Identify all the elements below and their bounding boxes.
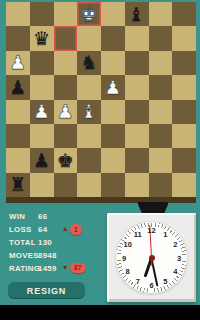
stat-value: 66 <box>38 212 63 221</box>
square-d2[interactable] <box>77 148 101 172</box>
square-d6[interactable]: ♞ <box>77 51 101 75</box>
clock-numeral-4: 4 <box>173 267 177 276</box>
square-h2[interactable] <box>172 148 196 172</box>
square-d1[interactable] <box>77 173 101 197</box>
square-b8[interactable] <box>30 2 54 26</box>
square-b3[interactable] <box>30 124 54 148</box>
square-f5[interactable] <box>125 75 149 99</box>
stat-row-moves: MOVES8948 <box>9 249 104 262</box>
square-h8[interactable] <box>172 2 196 26</box>
square-b6[interactable] <box>30 51 54 75</box>
square-a1[interactable]: ♜ <box>6 173 30 197</box>
square-c8[interactable] <box>54 2 78 26</box>
square-h4[interactable] <box>172 100 196 124</box>
square-a4[interactable] <box>6 100 30 124</box>
square-a6[interactable]: ♟ <box>6 51 30 75</box>
square-e4[interactable] <box>101 100 125 124</box>
square-h5[interactable] <box>172 75 196 99</box>
clock-numeral-6: 6 <box>149 281 153 290</box>
white-pawn-icon: ♟ <box>54 100 78 124</box>
square-e6[interactable] <box>101 51 125 75</box>
square-c7[interactable] <box>54 26 78 50</box>
stat-value: 1459 <box>38 264 63 273</box>
square-c3[interactable] <box>54 124 78 148</box>
square-g1[interactable] <box>149 173 173 197</box>
square-e3[interactable] <box>101 124 125 148</box>
square-g7[interactable] <box>149 26 173 50</box>
square-a7[interactable] <box>6 26 30 50</box>
bottom-bar <box>0 305 200 320</box>
stat-label: WIN <box>9 212 38 221</box>
square-e7[interactable] <box>101 26 125 50</box>
stat-label: RATING <box>9 264 38 273</box>
stat-row-loss: LOSS641 <box>9 223 104 236</box>
stat-value: 8948 <box>38 251 63 260</box>
arrow-down-icon <box>63 266 67 270</box>
square-e5[interactable]: ♟ <box>101 75 125 99</box>
square-c4[interactable]: ♟ <box>54 100 78 124</box>
chess-clock: 121234567891011 <box>107 213 196 302</box>
square-h1[interactable] <box>172 173 196 197</box>
white-king-icon: ♚ <box>77 2 101 26</box>
square-e2[interactable] <box>101 148 125 172</box>
square-d3[interactable] <box>77 124 101 148</box>
square-f3[interactable] <box>125 124 149 148</box>
clock-numeral-11: 11 <box>134 229 142 238</box>
black-rook-icon: ♜ <box>6 173 30 197</box>
square-b4[interactable]: ♟ <box>30 100 54 124</box>
change-badge: 87 <box>70 263 86 274</box>
stat-label: TOTAL <box>9 238 38 247</box>
square-f7[interactable] <box>125 26 149 50</box>
square-f2[interactable] <box>125 148 149 172</box>
resign-button[interactable]: RESIGN <box>8 282 85 299</box>
stats-panel: WIN66LOSS641TOTAL130MOVES8948RATING14598… <box>9 210 104 274</box>
arrow-up-icon <box>63 227 67 231</box>
clock-numeral-12: 12 <box>147 226 155 235</box>
square-a5[interactable]: ♟ <box>6 75 30 99</box>
square-f1[interactable] <box>125 173 149 197</box>
clock-numeral-10: 10 <box>124 239 132 248</box>
square-c2[interactable]: ♚ <box>54 148 78 172</box>
clock-numeral-7: 7 <box>136 277 140 286</box>
square-b5[interactable] <box>30 75 54 99</box>
white-pawn-icon: ♟ <box>101 75 125 99</box>
stat-row-rating: RATING145987 <box>9 262 104 275</box>
stat-value: 130 <box>38 238 63 247</box>
square-a2[interactable] <box>6 148 30 172</box>
clock-numeral-5: 5 <box>163 277 167 286</box>
chess-board[interactable]: ♚♝♛♟♞♟♟♟♟♝♟♚♜ <box>6 2 196 197</box>
square-h6[interactable] <box>172 51 196 75</box>
white-bishop-icon: ♝ <box>77 100 101 124</box>
black-king-icon: ♚ <box>54 148 78 172</box>
black-bishop-icon: ♝ <box>125 2 149 26</box>
square-c5[interactable] <box>54 75 78 99</box>
clock-center-dot <box>149 255 155 261</box>
square-d5[interactable] <box>77 75 101 99</box>
change-badge: 1 <box>70 224 82 235</box>
black-knight-icon: ♞ <box>77 51 101 75</box>
square-d4[interactable]: ♝ <box>77 100 101 124</box>
square-b7[interactable]: ♛ <box>30 26 54 50</box>
square-h3[interactable] <box>172 124 196 148</box>
square-h7[interactable] <box>172 26 196 50</box>
square-c1[interactable] <box>54 173 78 197</box>
square-g5[interactable] <box>149 75 173 99</box>
clock-numeral-9: 9 <box>122 253 126 262</box>
clock-numeral-8: 8 <box>126 267 130 276</box>
square-e1[interactable] <box>101 173 125 197</box>
square-d7[interactable] <box>77 26 101 50</box>
clock-numeral-3: 3 <box>177 253 181 262</box>
square-g8[interactable] <box>149 2 173 26</box>
square-b1[interactable] <box>30 173 54 197</box>
black-queen-icon: ♛ <box>30 26 54 50</box>
stat-row-win: WIN66 <box>9 210 104 223</box>
square-g2[interactable] <box>149 148 173 172</box>
square-g4[interactable] <box>149 100 173 124</box>
black-pawn-icon: ♟ <box>6 75 30 99</box>
clock-face: 121234567891011 <box>115 221 188 294</box>
stat-label: MOVES <box>9 251 38 260</box>
square-e8[interactable] <box>101 2 125 26</box>
stat-row-total: TOTAL130 <box>9 236 104 249</box>
black-pawn-icon: ♟ <box>30 148 54 172</box>
square-f6[interactable] <box>125 51 149 75</box>
square-g6[interactable] <box>149 51 173 75</box>
stat-value: 64 <box>38 225 63 234</box>
clock-numeral-1: 1 <box>163 229 167 238</box>
square-a8[interactable] <box>6 2 30 26</box>
square-c6[interactable] <box>54 51 78 75</box>
square-f8[interactable]: ♝ <box>125 2 149 26</box>
white-pawn-icon: ♟ <box>6 51 30 75</box>
stat-label: LOSS <box>9 225 38 234</box>
square-b2[interactable]: ♟ <box>30 148 54 172</box>
white-pawn-icon: ♟ <box>30 100 54 124</box>
clock-numeral-2: 2 <box>173 239 177 248</box>
square-g3[interactable] <box>149 124 173 148</box>
square-f4[interactable] <box>125 100 149 124</box>
square-a3[interactable] <box>6 124 30 148</box>
square-d8[interactable]: ♚ <box>77 2 101 26</box>
